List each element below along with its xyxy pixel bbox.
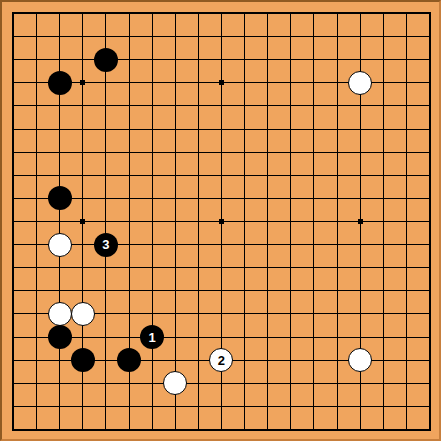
grid-line-vertical [290, 12, 291, 430]
star-point [219, 219, 224, 224]
grid-line-horizontal [12, 337, 430, 338]
stone-white [48, 233, 72, 257]
stone-black-move-3: 3 [94, 233, 118, 257]
star-point [80, 80, 85, 85]
grid-line-vertical [406, 12, 407, 430]
grid-line-horizontal [12, 290, 430, 291]
grid-line-vertical [313, 12, 314, 430]
grid-line-vertical [244, 12, 245, 430]
stone-black [117, 348, 141, 372]
stone-white [163, 371, 187, 395]
grid-line-horizontal [12, 244, 430, 245]
stone-black-move-1: 1 [140, 325, 164, 349]
star-point [80, 219, 85, 224]
grid-line-horizontal [12, 406, 430, 407]
grid-line-vertical [267, 12, 268, 430]
stone-black [71, 348, 95, 372]
go-board: 312 [0, 0, 441, 441]
stone-white [48, 302, 72, 326]
star-point [219, 80, 224, 85]
grid-line-vertical [337, 12, 338, 430]
stone-black [48, 325, 72, 349]
stone-white [348, 71, 372, 95]
stone-black [48, 71, 72, 95]
grid-line-vertical [383, 12, 384, 430]
grid-line-horizontal [12, 267, 430, 268]
stone-black [48, 186, 72, 210]
stone-white [71, 302, 95, 326]
stone-white [348, 348, 372, 372]
stone-white-move-2: 2 [209, 348, 233, 372]
stone-black [94, 48, 118, 72]
grid-line-vertical [429, 12, 431, 430]
star-point [358, 219, 363, 224]
grid-line-horizontal [12, 383, 430, 384]
grid-line-horizontal [12, 429, 430, 431]
